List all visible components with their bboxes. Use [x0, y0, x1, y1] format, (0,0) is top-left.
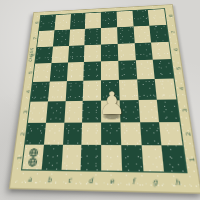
rank-label-8: 8	[27, 19, 45, 26]
rank-label-3: 3	[171, 106, 196, 115]
rank-label-5: 5	[166, 64, 189, 72]
rank-label-7: 7	[162, 29, 183, 36]
square-f1[interactable]	[121, 145, 143, 171]
square-b7[interactable]	[53, 29, 70, 46]
square-e5[interactable]	[101, 61, 119, 80]
square-e1[interactable]	[101, 145, 122, 171]
square-d5[interactable]	[84, 62, 101, 81]
file-label-h: h	[165, 174, 190, 191]
square-c3[interactable]	[64, 101, 83, 123]
square-c1[interactable]	[61, 145, 82, 170]
square-e2[interactable]	[101, 122, 121, 146]
square-d6[interactable]	[84, 44, 101, 62]
rank-label-3: 3	[14, 108, 36, 116]
file-label-c: c	[59, 172, 80, 188]
square-g7[interactable]	[133, 25, 151, 42]
rank-label-6: 6	[164, 46, 186, 54]
rank-label-8: 8	[160, 12, 180, 19]
rank-label-2: 2	[10, 130, 32, 139]
square-d2[interactable]	[82, 122, 101, 145]
square-b8[interactable]	[54, 14, 70, 30]
square-f6[interactable]	[117, 43, 135, 61]
square-b2[interactable]	[44, 122, 64, 145]
file-labels: abcdefgh	[19, 172, 190, 191]
square-f7[interactable]	[117, 26, 134, 43]
square-c8[interactable]	[70, 13, 86, 29]
square-b6[interactable]	[51, 45, 68, 63]
square-d7[interactable]	[85, 28, 101, 45]
square-c6[interactable]	[68, 45, 85, 63]
rank-label-4: 4	[17, 88, 38, 96]
square-g5[interactable]	[135, 60, 155, 80]
square-b1[interactable]	[41, 145, 62, 170]
square-b4[interactable]	[48, 81, 67, 101]
square-c2[interactable]	[62, 122, 82, 145]
white-pawn[interactable]: ♟	[95, 84, 129, 122]
file-label-g: g	[144, 174, 168, 191]
square-g6[interactable]	[134, 42, 153, 60]
rank-label-1: 1	[177, 154, 200, 164]
file-label-a: a	[19, 172, 40, 188]
rank-label-2: 2	[174, 129, 200, 138]
file-label-e: e	[101, 173, 123, 189]
rank-label-4: 4	[169, 84, 193, 92]
square-b3[interactable]	[46, 101, 65, 122]
square-e8[interactable]	[101, 12, 117, 28]
square-g3[interactable]	[138, 99, 159, 121]
square-g2[interactable]	[140, 122, 162, 146]
square-f2[interactable]	[120, 122, 141, 146]
square-e7[interactable]	[101, 27, 118, 44]
square-d8[interactable]	[85, 13, 101, 29]
square-f8[interactable]	[116, 11, 133, 27]
square-e6[interactable]	[101, 43, 118, 61]
file-label-b: b	[39, 172, 60, 188]
square-g4[interactable]	[137, 79, 157, 100]
file-label-d: d	[80, 173, 101, 189]
square-g8[interactable]	[132, 10, 149, 26]
square-c7[interactable]	[69, 29, 86, 46]
square-b5[interactable]	[50, 63, 68, 82]
square-f5[interactable]	[118, 60, 137, 79]
photo-scene: abcdefgh 87654321 87654321 CHESS ♟	[0, 0, 200, 200]
square-g1[interactable]	[141, 145, 164, 171]
rank-label-1: 1	[7, 153, 30, 163]
square-c5[interactable]	[66, 62, 84, 81]
file-label-f: f	[122, 173, 145, 189]
square-c4[interactable]	[65, 81, 83, 101]
square-d1[interactable]	[81, 145, 101, 170]
